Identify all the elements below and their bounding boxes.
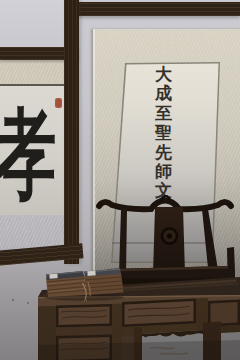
drawer-panel-center (125, 301, 194, 325)
scroll-character: 成 (147, 84, 180, 103)
drawer-panel-upper-left (59, 307, 110, 326)
scroll-character: 至 (147, 104, 180, 123)
chair-splat-medallion-center (167, 233, 172, 238)
scroll-character: 大 (147, 65, 180, 84)
scroll-character: 師 (147, 162, 180, 181)
chair-rail-end (227, 202, 232, 207)
chair-rear-post-left (119, 209, 127, 274)
wall-speck (12, 299, 14, 301)
scroll-calligraphy-column: 大 成 至 聖 先 師 文 (147, 65, 180, 201)
desk-rail (56, 326, 112, 336)
frame-mount-top (0, 60, 64, 86)
frame-post (64, 0, 79, 264)
frame-calligraphy-character: 孝 (0, 104, 57, 204)
book-label (49, 273, 57, 278)
wall-speck (27, 302, 29, 304)
book-label (87, 271, 95, 276)
room-photo: 大 成 至 聖 先 師 文 孝 (0, 0, 240, 360)
seal-stamp (55, 98, 62, 108)
scroll-character: 先 (147, 143, 180, 162)
chair-rail-end (97, 202, 102, 207)
frame-mount-bottom (0, 215, 64, 249)
scroll-character: 聖 (147, 123, 180, 142)
book-stacks (42, 266, 128, 302)
drawer-panel-right (211, 302, 238, 324)
ceiling-beam (70, 2, 240, 16)
frame-paper: 孝 (0, 86, 64, 215)
wall-panel-top-left (0, 0, 64, 48)
